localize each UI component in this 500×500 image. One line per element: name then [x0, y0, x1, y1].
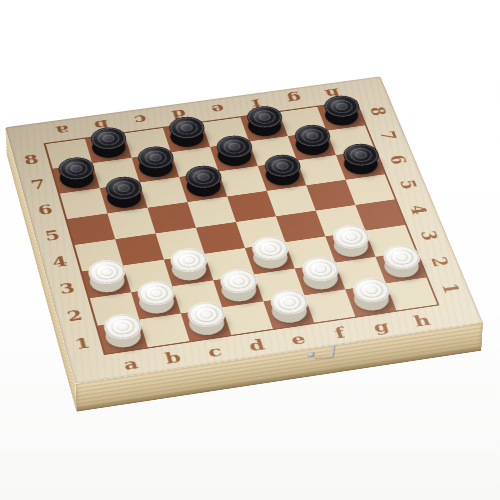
- piece-white-e1[interactable]: [266, 297, 311, 326]
- piece-white-a1[interactable]: [101, 322, 145, 352]
- piece-white-d2[interactable]: [216, 276, 260, 305]
- piece-white-f2[interactable]: [298, 265, 342, 294]
- piece-white-g3[interactable]: [328, 233, 372, 261]
- piece-white-b2[interactable]: [134, 288, 178, 317]
- piece-white-a3[interactable]: [85, 267, 128, 296]
- piece-black-d8[interactable]: [166, 124, 207, 150]
- metal-latch[interactable]: [305, 340, 336, 363]
- piece-white-g1[interactable]: [348, 285, 393, 314]
- piece-black-g7[interactable]: [291, 133, 333, 159]
- piece-white-h2[interactable]: [379, 253, 424, 281]
- piece-white-c1[interactable]: [184, 309, 228, 339]
- piece-black-f8[interactable]: [243, 114, 285, 140]
- piece-black-e7[interactable]: [213, 143, 255, 169]
- piece-black-b8[interactable]: [88, 135, 129, 161]
- piece-black-c7[interactable]: [135, 154, 177, 181]
- piece-black-h8[interactable]: [320, 103, 362, 129]
- product-photo-scene: aabbccddeeffgghh8877665544332211: [0, 0, 500, 500]
- piece-black-a7[interactable]: [56, 165, 97, 192]
- piece-black-f6[interactable]: [261, 162, 304, 189]
- checkers-board: aabbccddeeffgghh8877665544332211: [5, 76, 483, 384]
- latch-hook-icon: [314, 341, 336, 359]
- piece-black-h6[interactable]: [339, 151, 382, 178]
